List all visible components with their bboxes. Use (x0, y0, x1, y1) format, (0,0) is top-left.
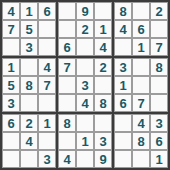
cell-r7c6[interactable] (94, 114, 112, 132)
cell-r3c9[interactable]: 7 (150, 38, 168, 56)
cell-r6c2[interactable] (20, 94, 38, 112)
cell-r7c1[interactable]: 6 (2, 114, 20, 132)
cell-r9c6[interactable]: 9 (94, 150, 112, 168)
cell-r9c3[interactable]: 3 (38, 150, 56, 168)
sudoku-board: 4167539216482461714587372348381676214381… (0, 0, 170, 170)
cell-r8c4[interactable] (58, 132, 76, 150)
cell-r2c1[interactable]: 7 (2, 20, 20, 38)
cell-r8c6[interactable]: 3 (94, 132, 112, 150)
cell-r5c9[interactable] (150, 76, 168, 94)
cell-r7c2[interactable]: 2 (20, 114, 38, 132)
cell-r7c5[interactable] (76, 114, 94, 132)
cell-r8c5[interactable]: 1 (76, 132, 94, 150)
cell-r3c4[interactable]: 6 (58, 38, 76, 56)
cell-r6c7[interactable]: 6 (114, 94, 132, 112)
cell-r9c9[interactable]: 1 (150, 150, 168, 168)
box-3: 824617 (114, 2, 168, 56)
cell-r7c9[interactable]: 3 (150, 114, 168, 132)
cell-r6c4[interactable] (58, 94, 76, 112)
cell-r5c1[interactable]: 5 (2, 76, 20, 94)
cell-r6c9[interactable] (150, 94, 168, 112)
cell-r4c6[interactable]: 2 (94, 58, 112, 76)
cell-r2c8[interactable]: 6 (132, 20, 150, 38)
cell-r6c5[interactable]: 4 (76, 94, 94, 112)
cell-r4c4[interactable]: 7 (58, 58, 76, 76)
cell-r9c4[interactable]: 4 (58, 150, 76, 168)
cell-r8c2[interactable]: 4 (20, 132, 38, 150)
cell-r9c5[interactable] (76, 150, 94, 168)
cell-r3c3[interactable] (38, 38, 56, 56)
box-4: 145873 (2, 58, 56, 112)
cell-r7c4[interactable]: 8 (58, 114, 76, 132)
cell-r3c5[interactable] (76, 38, 94, 56)
cell-r1c4[interactable] (58, 2, 76, 20)
cell-r4c5[interactable] (76, 58, 94, 76)
cell-r1c9[interactable]: 2 (150, 2, 168, 20)
cell-r1c5[interactable]: 9 (76, 2, 94, 20)
cell-r4c9[interactable]: 8 (150, 58, 168, 76)
cell-r2c9[interactable] (150, 20, 168, 38)
cell-r2c3[interactable] (38, 20, 56, 38)
cell-r1c1[interactable]: 4 (2, 2, 20, 20)
cell-r5c5[interactable]: 3 (76, 76, 94, 94)
cell-r4c3[interactable]: 4 (38, 58, 56, 76)
cell-r8c3[interactable] (38, 132, 56, 150)
cell-r7c3[interactable]: 1 (38, 114, 56, 132)
cell-r8c1[interactable] (2, 132, 20, 150)
box-8: 81349 (58, 114, 112, 168)
cell-r9c8[interactable] (132, 150, 150, 168)
cell-r6c6[interactable]: 8 (94, 94, 112, 112)
cell-r1c3[interactable]: 6 (38, 2, 56, 20)
cell-r5c2[interactable]: 8 (20, 76, 38, 94)
box-2: 92164 (58, 2, 112, 56)
cell-r2c7[interactable]: 4 (114, 20, 132, 38)
cell-r5c6[interactable] (94, 76, 112, 94)
cell-r8c9[interactable]: 6 (150, 132, 168, 150)
cell-r9c1[interactable] (2, 150, 20, 168)
cell-r5c4[interactable] (58, 76, 76, 94)
cell-r6c3[interactable] (38, 94, 56, 112)
cell-r3c7[interactable] (114, 38, 132, 56)
cell-r7c7[interactable] (114, 114, 132, 132)
cell-r7c8[interactable]: 4 (132, 114, 150, 132)
cell-r2c6[interactable]: 1 (94, 20, 112, 38)
cell-r8c8[interactable]: 8 (132, 132, 150, 150)
box-5: 72348 (58, 58, 112, 112)
cell-r2c4[interactable] (58, 20, 76, 38)
cell-r2c5[interactable]: 2 (76, 20, 94, 38)
cell-r4c2[interactable] (20, 58, 38, 76)
cell-r3c1[interactable] (2, 38, 20, 56)
cell-r8c7[interactable] (114, 132, 132, 150)
cell-r5c3[interactable]: 7 (38, 76, 56, 94)
cell-r3c6[interactable]: 4 (94, 38, 112, 56)
box-9: 43861 (114, 114, 168, 168)
sudoku-app: 4167539216482461714587372348381676214381… (0, 0, 170, 170)
cell-r4c8[interactable] (132, 58, 150, 76)
box-7: 62143 (2, 114, 56, 168)
cell-r4c7[interactable]: 3 (114, 58, 132, 76)
cell-r4c1[interactable]: 1 (2, 58, 20, 76)
cell-r5c8[interactable] (132, 76, 150, 94)
cell-r3c8[interactable]: 1 (132, 38, 150, 56)
cell-r1c2[interactable]: 1 (20, 2, 38, 20)
cell-r9c2[interactable] (20, 150, 38, 168)
cell-r1c8[interactable] (132, 2, 150, 20)
cell-r1c6[interactable] (94, 2, 112, 20)
cell-r3c2[interactable]: 3 (20, 38, 38, 56)
cell-r1c7[interactable]: 8 (114, 2, 132, 20)
cell-r2c2[interactable]: 5 (20, 20, 38, 38)
cell-r6c1[interactable]: 3 (2, 94, 20, 112)
cell-r9c7[interactable] (114, 150, 132, 168)
box-6: 38167 (114, 58, 168, 112)
cell-r5c7[interactable]: 1 (114, 76, 132, 94)
box-1: 416753 (2, 2, 56, 56)
cell-r6c8[interactable]: 7 (132, 94, 150, 112)
